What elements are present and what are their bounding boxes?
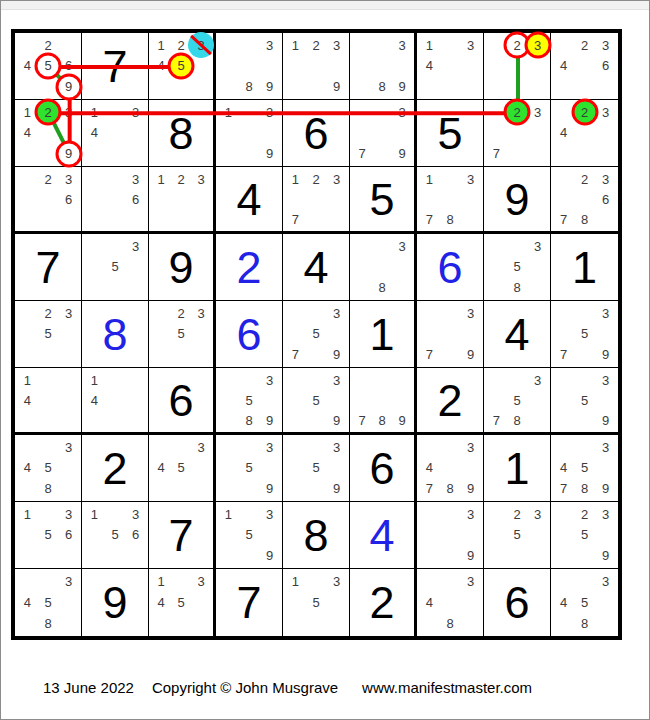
candidate-r3c9-2[interactable]: 2	[574, 169, 595, 189]
empty-slot	[151, 613, 171, 634]
cell-r2c2[interactable]: 134	[82, 100, 149, 167]
cell-r6c7[interactable]: 2	[417, 368, 484, 435]
candidate-r8c9-3[interactable]: 3	[595, 504, 616, 525]
candidate-r7c1-3[interactable]: 3	[58, 437, 79, 458]
candidate-r3c7-7[interactable]: 7	[419, 209, 440, 229]
cell-r7c9[interactable]: 345789	[551, 435, 618, 502]
candidate-r1c5-9[interactable]: 9	[326, 76, 347, 97]
candidate-r2c8-2[interactable]: 2	[507, 102, 528, 123]
cell-r4c4[interactable]: 2	[216, 234, 283, 301]
empty-slot	[105, 189, 126, 209]
candidate-r3c5-7[interactable]: 7	[285, 209, 306, 229]
candidate-r6c5-9[interactable]: 9	[326, 410, 347, 430]
cell-r3c4[interactable]: 4	[216, 167, 283, 234]
cell-r8c7[interactable]: 39	[417, 502, 484, 569]
empty-slot	[326, 458, 347, 479]
candidate-r5c5-5[interactable]: 5	[306, 324, 327, 345]
cell-r9c9[interactable]: 3458	[551, 569, 618, 636]
candidate-r6c8-3[interactable]: 3	[527, 370, 548, 390]
candidate-r1c7-3[interactable]: 3	[460, 35, 481, 56]
candidate-r8c2-6[interactable]: 6	[125, 525, 146, 546]
candidate-r7c5-5[interactable]: 5	[306, 458, 327, 479]
empty-slot	[84, 525, 105, 546]
empty-slot	[125, 209, 146, 229]
empty-slot	[84, 277, 105, 298]
candidate-r7c7-4[interactable]: 4	[419, 458, 440, 479]
candidate-r1c5-3[interactable]: 3	[326, 35, 347, 56]
candidate-r1c6-3[interactable]: 3	[392, 35, 412, 56]
cell-r4c1[interactable]: 7	[15, 234, 82, 301]
candidate-r2c8-7[interactable]: 7	[486, 143, 507, 164]
empty-slot	[440, 592, 461, 613]
candidate-r8c9-5[interactable]: 5	[574, 525, 595, 546]
candidate-r8c1-1[interactable]: 1	[17, 504, 38, 525]
cell-r3c2[interactable]: 36	[82, 167, 149, 234]
candidate-r4c8-3[interactable]: 3	[527, 236, 548, 257]
pencil-grid: 36	[82, 167, 148, 231]
candidate-r7c7-7[interactable]: 7	[419, 478, 440, 499]
candidate-r3c1-6[interactable]: 6	[58, 189, 79, 209]
cell-r9c7[interactable]: 348	[417, 569, 484, 636]
cell-r7c6[interactable]: 6	[350, 435, 417, 502]
candidate-r1c7-4[interactable]: 4	[419, 56, 440, 77]
cell-r5c9[interactable]: 3579	[551, 301, 618, 368]
candidate-r8c8-3[interactable]: 3	[527, 504, 548, 525]
candidate-r9c5-5[interactable]: 5	[306, 592, 327, 613]
pencil-grid: 2359	[551, 502, 618, 568]
candidate-r8c1-3[interactable]: 3	[58, 504, 79, 525]
candidate-r5c5-9[interactable]: 9	[326, 344, 347, 365]
empty-slot	[486, 257, 507, 278]
candidate-r1c4-3[interactable]: 3	[259, 35, 280, 56]
candidate-r2c6-9[interactable]: 9	[392, 143, 412, 164]
empty-slot	[38, 571, 59, 592]
candidate-r1c1-5[interactable]: 5	[38, 56, 59, 77]
candidate-r9c1-5[interactable]: 5	[38, 592, 59, 613]
candidate-r6c4-8[interactable]: 8	[239, 410, 260, 430]
empty-slot	[151, 189, 171, 209]
cell-r7c7[interactable]: 34789	[417, 435, 484, 502]
candidate-r8c1-6[interactable]: 6	[58, 525, 79, 546]
candidate-r5c7-7[interactable]: 7	[419, 344, 440, 365]
cell-r7c4[interactable]: 359	[216, 435, 283, 502]
empty-slot	[58, 458, 79, 479]
cell-r6c5[interactable]: 359	[283, 368, 350, 435]
cell-r7c1[interactable]: 3458	[15, 435, 82, 502]
candidate-r9c3-4[interactable]: 4	[151, 592, 171, 613]
candidate-r6c1-4[interactable]: 4	[17, 390, 38, 410]
cell-r5c8[interactable]: 4	[484, 301, 551, 368]
candidate-r7c1-8[interactable]: 8	[38, 478, 59, 499]
candidate-r7c3-4[interactable]: 4	[151, 458, 171, 479]
cell-r3c7[interactable]: 1378	[417, 167, 484, 234]
cell-r7c5[interactable]: 359	[283, 435, 350, 502]
cell-r3c1[interactable]: 236	[15, 167, 82, 234]
candidate-r2c9-2[interactable]: 2	[574, 102, 595, 123]
given-digit: 9	[504, 177, 529, 222]
cell-r9c5[interactable]: 135	[283, 569, 350, 636]
candidate-r8c9-9[interactable]: 9	[595, 545, 616, 566]
candidate-r7c1-4[interactable]: 4	[17, 458, 38, 479]
candidate-r5c5-3[interactable]: 3	[326, 303, 347, 324]
candidate-r1c3-1[interactable]: 1	[151, 35, 171, 56]
sudoku-app-panel: 2456971234538912393891342323461234913481…	[0, 0, 650, 720]
candidate-r5c9-3[interactable]: 3	[595, 303, 616, 324]
cell-r8c4[interactable]: 1359	[216, 502, 283, 569]
empty-slot	[105, 143, 126, 164]
candidate-r5c9-7[interactable]: 7	[553, 344, 574, 365]
candidate-r3c2-6[interactable]: 6	[125, 189, 146, 209]
empty-slot	[352, 56, 372, 77]
candidate-r7c4-3[interactable]: 3	[259, 437, 280, 458]
pencil-grid: 359	[216, 435, 282, 501]
candidate-r3c2-3[interactable]: 3	[125, 169, 146, 189]
candidate-r2c2-1[interactable]: 1	[84, 102, 105, 123]
candidate-r7c9-5[interactable]: 5	[574, 458, 595, 479]
cell-r4c5[interactable]: 4	[283, 234, 350, 301]
candidate-r1c4-9[interactable]: 9	[259, 76, 280, 97]
candidate-r3c5-1[interactable]: 1	[285, 169, 306, 189]
pencil-grid: 1378	[417, 167, 483, 231]
cell-r7c2[interactable]: 2	[82, 435, 149, 502]
candidate-r5c3-5[interactable]: 5	[171, 324, 191, 345]
cell-r3c8[interactable]: 9	[484, 167, 551, 234]
candidate-r8c1-5[interactable]: 5	[38, 525, 59, 546]
candidate-r5c3-3[interactable]: 3	[191, 303, 211, 324]
candidate-r8c7-9[interactable]: 9	[460, 545, 481, 566]
candidate-r1c1-9[interactable]: 9	[58, 76, 79, 97]
candidate-r7c4-5[interactable]: 5	[239, 458, 260, 479]
empty-slot	[595, 123, 616, 144]
empty-slot	[171, 344, 191, 365]
candidate-r4c2-5[interactable]: 5	[105, 257, 126, 278]
candidate-r1c4-8[interactable]: 8	[239, 76, 260, 97]
candidate-r5c9-5[interactable]: 5	[574, 324, 595, 345]
candidate-r4c6-8[interactable]: 8	[372, 277, 392, 298]
candidate-r8c9-2[interactable]: 2	[574, 504, 595, 525]
candidate-r1c5-2[interactable]: 2	[306, 35, 327, 56]
candidate-r7c5-9[interactable]: 9	[326, 478, 347, 499]
cell-r1c6[interactable]: 389	[350, 33, 417, 100]
candidate-r8c8-2[interactable]: 2	[507, 504, 528, 525]
candidate-r2c4-1[interactable]: 1	[218, 102, 239, 123]
cell-r5c7[interactable]: 379	[417, 301, 484, 368]
empty-slot	[151, 478, 171, 499]
empty-slot	[17, 76, 38, 97]
candidate-r1c6-8[interactable]: 8	[372, 76, 392, 97]
candidate-r3c1-3[interactable]: 3	[58, 169, 79, 189]
cell-r2c3[interactable]: 8	[149, 100, 216, 167]
pencil-grid: 1239	[283, 33, 349, 99]
candidate-r9c9-3[interactable]: 3	[595, 571, 616, 592]
empty-slot	[507, 370, 528, 390]
candidate-r3c1-2[interactable]: 2	[38, 169, 59, 189]
candidate-r8c4-5[interactable]: 5	[239, 525, 260, 546]
pencil-grid: 389	[350, 33, 414, 99]
empty-slot	[171, 437, 191, 458]
pencil-grid: 38	[350, 234, 414, 300]
candidate-r8c2-3[interactable]: 3	[125, 504, 146, 525]
candidate-r2c9-4[interactable]: 4	[553, 123, 574, 144]
candidate-r2c1-4[interactable]: 4	[17, 123, 38, 144]
candidate-r8c2-1[interactable]: 1	[84, 504, 105, 525]
given-digit: 1	[504, 446, 529, 491]
candidate-r4c6-3[interactable]: 3	[392, 236, 412, 257]
candidate-r3c7-8[interactable]: 8	[440, 209, 461, 229]
candidate-r6c6-9[interactable]: 9	[392, 410, 412, 430]
cell-r5c1[interactable]: 235	[15, 301, 82, 368]
candidate-r9c9-8[interactable]: 8	[574, 613, 595, 634]
candidate-r1c7-1[interactable]: 1	[419, 35, 440, 56]
candidate-r7c9-9[interactable]: 9	[595, 478, 616, 499]
candidate-r3c9-6[interactable]: 6	[595, 189, 616, 209]
candidate-r8c4-3[interactable]: 3	[259, 504, 280, 525]
empty-slot	[17, 613, 38, 634]
candidate-r7c9-8[interactable]: 8	[574, 478, 595, 499]
cell-r8c9[interactable]: 2359	[551, 502, 618, 569]
candidate-r2c1-9[interactable]: 9	[58, 143, 79, 164]
candidate-r6c2-1[interactable]: 1	[84, 370, 105, 390]
cell-r6c6[interactable]: 789	[350, 368, 417, 435]
cell-r1c4[interactable]: 389	[216, 33, 283, 100]
candidate-r3c9-8[interactable]: 8	[574, 209, 595, 229]
cell-r9c1[interactable]: 3458	[15, 569, 82, 636]
cell-r8c2[interactable]: 1356	[82, 502, 149, 569]
candidate-r3c5-2[interactable]: 2	[306, 169, 327, 189]
cell-r1c9[interactable]: 2346	[551, 33, 618, 100]
cell-r8c8[interactable]: 235	[484, 502, 551, 569]
candidate-r7c3-3[interactable]: 3	[191, 437, 211, 458]
cell-r8c5[interactable]: 8	[283, 502, 350, 569]
candidate-r8c7-3[interactable]: 3	[460, 504, 481, 525]
candidate-r4c2-3[interactable]: 3	[125, 236, 146, 257]
cell-r6c2[interactable]: 14	[82, 368, 149, 435]
candidate-r7c3-5[interactable]: 5	[171, 458, 191, 479]
cell-r5c4[interactable]: 6	[216, 301, 283, 368]
cell-r6c3[interactable]: 6	[149, 368, 216, 435]
candidate-r6c9-3[interactable]: 3	[595, 370, 616, 390]
pencil-grid: 379	[417, 301, 483, 367]
candidate-r9c9-4[interactable]: 4	[553, 592, 574, 613]
cell-r3c9[interactable]: 23678	[551, 167, 618, 234]
candidate-r5c3-2[interactable]: 2	[171, 303, 191, 324]
candidate-r3c3-2[interactable]: 2	[171, 169, 191, 189]
candidate-r1c5-1[interactable]: 1	[285, 35, 306, 56]
candidate-r1c9-3[interactable]: 3	[595, 35, 616, 56]
candidate-r9c1-8[interactable]: 8	[38, 613, 59, 634]
cell-r4c8[interactable]: 358	[484, 234, 551, 301]
candidate-r2c4-3[interactable]: 3	[259, 102, 280, 123]
candidate-r5c5-7[interactable]: 7	[285, 344, 306, 365]
candidate-r6c6-8[interactable]: 8	[372, 410, 392, 430]
cell-r7c3[interactable]: 345	[149, 435, 216, 502]
empty-slot	[151, 303, 171, 324]
cell-r1c2[interactable]: 7	[82, 33, 149, 100]
candidate-r8c8-5[interactable]: 5	[507, 525, 528, 546]
cell-r3c5[interactable]: 1237	[283, 167, 350, 234]
candidate-r3c9-3[interactable]: 3	[595, 169, 616, 189]
candidate-r6c8-5[interactable]: 5	[507, 390, 528, 410]
cell-r6c1[interactable]: 14	[15, 368, 82, 435]
candidate-r6c8-8[interactable]: 8	[507, 410, 528, 430]
cell-r9c6[interactable]: 2	[350, 569, 417, 636]
candidate-r8c2-5[interactable]: 5	[105, 525, 126, 546]
candidate-r7c9-4[interactable]: 4	[553, 458, 574, 479]
pencil-grid: 34789	[417, 435, 483, 501]
cell-r1c8[interactable]: 23	[484, 33, 551, 100]
candidate-r3c3-3[interactable]: 3	[191, 169, 211, 189]
empty-slot	[17, 324, 38, 345]
cell-r1c5[interactable]: 1239	[283, 33, 350, 100]
cell-r2c1[interactable]: 12349	[15, 100, 82, 167]
candidate-r3c7-1[interactable]: 1	[419, 169, 440, 189]
candidate-r2c6-7[interactable]: 7	[352, 143, 372, 164]
empty-slot	[574, 545, 595, 566]
pencil-grid: 789	[350, 368, 414, 432]
candidate-r7c9-7[interactable]: 7	[553, 478, 574, 499]
candidate-r3c5-3[interactable]: 3	[326, 169, 347, 189]
cell-r8c3[interactable]: 7	[149, 502, 216, 569]
cell-r6c9[interactable]: 359	[551, 368, 618, 435]
empty-slot	[595, 143, 616, 164]
cell-r9c4[interactable]: 7	[216, 569, 283, 636]
candidate-r4c8-5[interactable]: 5	[507, 257, 528, 278]
candidate-r1c3-3[interactable]: 3	[191, 35, 211, 56]
cell-r4c3[interactable]: 9	[149, 234, 216, 301]
candidate-r9c1-4[interactable]: 4	[17, 592, 38, 613]
candidate-r7c4-9[interactable]: 9	[259, 478, 280, 499]
candidate-r9c3-5[interactable]: 5	[171, 592, 191, 613]
cell-r5c3[interactable]: 235	[149, 301, 216, 368]
candidate-r1c9-4[interactable]: 4	[553, 56, 574, 77]
candidate-r2c9-3[interactable]: 3	[595, 102, 616, 123]
candidate-r7c1-5[interactable]: 5	[38, 458, 59, 479]
empty-slot	[595, 324, 616, 345]
cell-r9c3[interactable]: 1345	[149, 569, 216, 636]
candidate-r9c5-1[interactable]: 1	[285, 571, 306, 592]
cell-r2c9[interactable]: 234	[551, 100, 618, 167]
cell-r2c6[interactable]: 379	[350, 100, 417, 167]
candidate-r5c1-3[interactable]: 3	[58, 303, 79, 324]
pencil-grid: 1345	[149, 569, 213, 636]
candidate-r2c1-2[interactable]: 2	[38, 102, 59, 123]
candidate-r9c5-3[interactable]: 3	[326, 571, 347, 592]
candidate-r3c7-3[interactable]: 3	[460, 169, 481, 189]
cell-r2c4[interactable]: 139	[216, 100, 283, 167]
cell-r1c3[interactable]: 12345	[149, 33, 216, 100]
candidate-r7c7-9[interactable]: 9	[460, 478, 481, 499]
empty-slot	[218, 76, 239, 97]
cell-r1c1[interactable]: 24569	[15, 33, 82, 100]
candidate-r2c2-3[interactable]: 3	[125, 102, 146, 123]
candidate-r2c2-4[interactable]: 4	[84, 123, 105, 144]
cell-r4c2[interactable]: 35	[82, 234, 149, 301]
cell-r4c7[interactable]: 6	[417, 234, 484, 301]
candidate-r6c1-1[interactable]: 1	[17, 370, 38, 390]
empty-slot	[84, 257, 105, 278]
cell-r8c1[interactable]: 1356	[15, 502, 82, 569]
candidate-r9c9-5[interactable]: 5	[574, 592, 595, 613]
cell-r7c8[interactable]: 1	[484, 435, 551, 502]
candidate-r9c7-8[interactable]: 8	[440, 613, 461, 634]
empty-slot	[326, 613, 347, 634]
candidate-r6c4-9[interactable]: 9	[259, 410, 280, 430]
candidate-r7c7-8[interactable]: 8	[440, 478, 461, 499]
candidate-r9c1-3[interactable]: 3	[58, 571, 79, 592]
empty-slot	[574, 437, 595, 458]
candidate-r6c4-3[interactable]: 3	[259, 370, 280, 390]
cell-r3c6[interactable]: 5	[350, 167, 417, 234]
candidate-r5c7-9[interactable]: 9	[460, 344, 481, 365]
candidate-r2c6-3[interactable]: 3	[392, 102, 412, 123]
cell-r5c2[interactable]: 8	[82, 301, 149, 368]
candidate-r9c3-3[interactable]: 3	[191, 571, 211, 592]
candidate-r5c1-5[interactable]: 5	[38, 324, 59, 345]
candidate-r6c4-5[interactable]: 5	[239, 390, 260, 410]
candidate-r9c7-4[interactable]: 4	[419, 592, 440, 613]
candidate-r6c6-7[interactable]: 7	[352, 410, 372, 430]
pencil-grid: 3578	[484, 368, 550, 432]
entered-digit: 6	[437, 245, 462, 290]
empty-slot	[285, 458, 306, 479]
candidate-r8c4-1[interactable]: 1	[218, 504, 239, 525]
cell-r6c4[interactable]: 3589	[216, 368, 283, 435]
cell-r9c8[interactable]: 6	[484, 569, 551, 636]
candidate-r7c7-3[interactable]: 3	[460, 437, 481, 458]
given-digit: 9	[168, 245, 193, 290]
empty-slot	[58, 209, 79, 229]
candidate-r1c9-6[interactable]: 6	[595, 56, 616, 77]
candidate-r1c6-9[interactable]: 9	[392, 76, 412, 97]
candidate-r3c9-7[interactable]: 7	[553, 209, 574, 229]
candidate-r1c9-2[interactable]: 2	[574, 35, 595, 56]
candidate-r5c1-2[interactable]: 2	[38, 303, 59, 324]
candidate-r6c5-3[interactable]: 3	[326, 370, 347, 390]
cell-r3c3[interactable]: 123	[149, 167, 216, 234]
candidate-r7c9-3[interactable]: 3	[595, 437, 616, 458]
candidate-r6c8-7[interactable]: 7	[486, 410, 507, 430]
cell-r2c8[interactable]: 237	[484, 100, 551, 167]
candidate-r8c4-9[interactable]: 9	[259, 545, 280, 566]
candidate-r1c3-5[interactable]: 5	[171, 56, 191, 77]
candidate-r9c3-1[interactable]: 1	[151, 571, 171, 592]
candidate-r6c9-5[interactable]: 5	[574, 390, 595, 410]
cell-r5c5[interactable]: 3579	[283, 301, 350, 368]
cell-r8c6[interactable]: 4	[350, 502, 417, 569]
candidate-r5c9-9[interactable]: 9	[595, 344, 616, 365]
cell-r9c2[interactable]: 9	[82, 569, 149, 636]
candidate-r9c7-3[interactable]: 3	[460, 571, 481, 592]
candidate-r5c7-3[interactable]: 3	[460, 303, 481, 324]
candidate-r7c5-3[interactable]: 3	[326, 437, 347, 458]
cell-r2c5[interactable]: 6	[283, 100, 350, 167]
empty-slot	[17, 437, 38, 458]
cell-r4c9[interactable]: 1	[551, 234, 618, 301]
candidate-r2c4-9[interactable]: 9	[259, 143, 280, 164]
candidate-r3c3-1[interactable]: 1	[151, 169, 171, 189]
cell-r6c8[interactable]: 3578	[484, 368, 551, 435]
cell-r1c7[interactable]: 134	[417, 33, 484, 100]
given-digit: 1	[369, 312, 394, 357]
candidate-r6c5-5[interactable]: 5	[306, 390, 327, 410]
cell-r5c6[interactable]: 1	[350, 301, 417, 368]
cell-r2c7[interactable]: 5	[417, 100, 484, 167]
cell-r4c6[interactable]: 38	[350, 234, 417, 301]
candidate-r4c8-8[interactable]: 8	[507, 277, 528, 298]
candidate-r1c8-3[interactable]: 3	[527, 35, 548, 56]
candidate-r6c9-9[interactable]: 9	[595, 410, 616, 430]
candidate-r6c2-4[interactable]: 4	[84, 390, 105, 410]
